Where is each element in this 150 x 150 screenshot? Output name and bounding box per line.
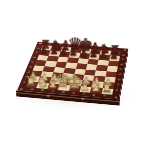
- scene: ·a·b·c·d·e·f·g·h· ·a·b·c·d·e·f·g·h· ·8·7…: [0, 0, 150, 150]
- border-ornament: ·: [115, 92, 117, 94]
- border-ornament: [114, 96, 117, 98]
- border-ornament: [124, 49, 127, 50]
- border-ornament: ·: [109, 95, 111, 97]
- border-ornament: ·: [67, 92, 69, 94]
- border-ornament: ·: [47, 90, 49, 92]
- board-grid: ♜♞♝♛♚♝♞♜♟♟♟♟♟♟♟♟♟♟♟♟♟♟♟♟♜♞♝♛♚♝♞♜: [26, 45, 121, 94]
- border-ornament: ·: [78, 93, 80, 95]
- chess-set-photo: ·a·b·c·d·e·f·g·h· ·a·b·c·d·e·f·g·h· ·8·7…: [0, 0, 150, 150]
- square-h1: ♜: [101, 88, 113, 95]
- border-ornament: ·: [98, 94, 100, 96]
- square-h5: [106, 66, 117, 72]
- square-b5: [45, 61, 57, 67]
- square-f6: [87, 59, 98, 65]
- hinge-icon: [47, 95, 49, 97]
- border-ornament: ·: [87, 93, 89, 95]
- piece-white-rook-h1: ♜: [98, 81, 115, 94]
- border-ornament: ·: [120, 66, 122, 68]
- border-ornament: [20, 88, 23, 90]
- border-ornament: ·: [36, 89, 38, 91]
- border-ornament: ·: [57, 91, 59, 93]
- board-border: ·a·b·c·d·e·f·g·h· ·a·b·c·d·e·f·g·h· ·8·7…: [17, 42, 128, 100]
- hinge-icon: [82, 98, 84, 100]
- piece-black-pawn-h7: ♟: [106, 51, 122, 61]
- square-h7: ♟: [109, 56, 120, 62]
- border-ornament: ·: [26, 88, 28, 90]
- coordinate-label: f: [83, 93, 85, 96]
- chess-board: ·a·b·c·d·e·f·g·h· ·a·b·c·d·e·f·g·h· ·8·7…: [17, 42, 128, 100]
